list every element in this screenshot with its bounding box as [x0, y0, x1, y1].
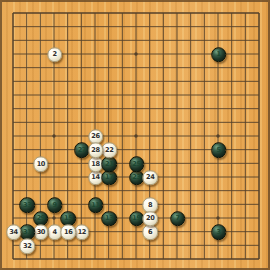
move-number: 19	[132, 216, 140, 223]
move-number: 18	[91, 161, 99, 168]
move-number: 33	[23, 202, 31, 209]
move-number: 27	[78, 147, 86, 154]
star-point	[52, 134, 55, 137]
move-number: 13	[105, 216, 113, 223]
stone-white-28-G9[interactable]: 28	[88, 143, 104, 159]
move-number: 29	[37, 216, 45, 223]
move-number: 12	[78, 229, 86, 236]
star-point	[134, 134, 137, 137]
move-number: 2	[52, 52, 56, 59]
stone-white-30-C3[interactable]: 30	[33, 225, 49, 241]
move-number: 6	[148, 229, 152, 236]
move-number: 16	[64, 229, 72, 236]
stone-white-32-B2[interactable]: 32	[19, 238, 35, 254]
stone-white-24-L7[interactable]: 24	[142, 170, 158, 186]
move-number: 4	[52, 229, 56, 236]
move-number: 11	[91, 202, 99, 209]
move-number: 22	[105, 147, 113, 154]
stone-white-2-D16[interactable]: 2	[47, 47, 63, 63]
star-point	[216, 134, 219, 137]
move-number: 5	[216, 147, 220, 154]
stone-black-5-Q9[interactable]: 5	[211, 143, 227, 159]
move-number: 21	[105, 161, 113, 168]
stone-black-25-K8[interactable]: 25	[129, 156, 145, 172]
move-number: 17	[105, 175, 113, 182]
move-number: 23	[132, 175, 140, 182]
move-number: 8	[148, 202, 152, 209]
move-number: 25	[132, 161, 140, 168]
move-number: 7	[175, 216, 179, 223]
stone-white-20-L4[interactable]: 20	[142, 211, 158, 227]
stone-black-1-Q16[interactable]: 1	[211, 47, 227, 63]
move-number: 24	[146, 175, 154, 182]
move-number: 14	[91, 175, 99, 182]
move-number: 10	[37, 161, 45, 168]
stone-black-13-H4[interactable]: 13	[101, 211, 117, 227]
move-number: 32	[23, 243, 31, 250]
move-number: 26	[91, 134, 99, 141]
move-number: 20	[146, 216, 154, 223]
go-board[interactable]: 1234567891011121314151617181920212223242…	[0, 0, 270, 270]
stone-white-6-L3[interactable]: 6	[142, 225, 158, 241]
stone-black-11-G5[interactable]: 11	[88, 197, 104, 213]
stone-black-9-D5[interactable]: 9	[47, 197, 63, 213]
move-number: 3	[216, 229, 220, 236]
star-point	[134, 52, 137, 55]
move-number: 30	[37, 229, 45, 236]
move-number: 28	[91, 147, 99, 154]
stone-black-33-B5[interactable]: 33	[19, 197, 35, 213]
move-number: 34	[9, 229, 17, 236]
stone-white-12-F3[interactable]: 12	[74, 225, 90, 241]
star-point	[216, 216, 219, 219]
stone-white-34-A3[interactable]: 34	[6, 225, 22, 241]
stone-black-7-N4[interactable]: 7	[170, 211, 186, 227]
star-point	[52, 216, 55, 219]
move-number: 9	[52, 202, 56, 209]
stone-white-16-E3[interactable]: 16	[60, 225, 76, 241]
stone-black-21-H8[interactable]: 21	[101, 156, 117, 172]
stone-white-22-H9[interactable]: 22	[101, 143, 117, 159]
move-number: 31	[23, 229, 31, 236]
move-number: 15	[64, 216, 72, 223]
stone-white-10-C8[interactable]: 10	[33, 156, 49, 172]
stone-black-17-H7[interactable]: 17	[101, 170, 117, 186]
stone-black-3-Q3[interactable]: 3	[211, 225, 227, 241]
move-number: 1	[216, 52, 220, 59]
